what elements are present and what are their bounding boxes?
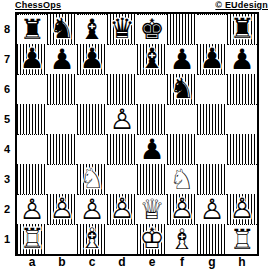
square-g1[interactable] [197, 224, 227, 254]
piece-white-pawn[interactable]: ♟♙ [17, 195, 47, 225]
piece-black-bishop[interactable]: ♝♝ [137, 44, 167, 74]
file-label-e: e [137, 256, 167, 270]
rank-label-2: 2 [0, 194, 14, 224]
square-h2[interactable]: ♟♙ [227, 194, 257, 224]
piece-glyph: ♔ [137, 224, 167, 254]
piece-halo: ♝ [77, 224, 107, 254]
piece-halo: ♟ [167, 45, 197, 75]
piece-white-bishop[interactable]: ♝♗ [167, 225, 197, 255]
square-g4[interactable] [197, 134, 227, 164]
piece-white-pawn[interactable]: ♟♙ [77, 195, 107, 225]
piece-halo: ♟ [167, 194, 197, 224]
piece-halo: ♞ [167, 165, 197, 195]
piece-black-pawn[interactable]: ♟♟ [197, 44, 227, 74]
piece-halo: ♟ [47, 194, 77, 224]
piece-halo: ♜ [17, 224, 47, 254]
piece-white-rook[interactable]: ♜♖ [227, 225, 257, 255]
piece-glyph: ♞ [167, 74, 197, 104]
square-g6[interactable] [197, 74, 227, 104]
piece-white-pawn[interactable]: ♟♙ [47, 194, 77, 224]
piece-glyph: ♘ [77, 164, 107, 194]
square-d1[interactable] [107, 224, 137, 254]
chess-diagram: ChessOps © EUdesign ♜♜♞♞♝♝♛♛♚♚♜♜♟♟♟♟♟♟♝♝… [0, 0, 270, 270]
piece-black-knight[interactable]: ♞♞ [167, 74, 197, 104]
square-g8[interactable] [197, 14, 227, 44]
piece-black-bishop[interactable]: ♝♝ [77, 15, 107, 45]
piece-white-pawn[interactable]: ♟♙ [107, 194, 137, 224]
piece-black-pawn[interactable]: ♟♟ [47, 45, 77, 75]
square-a3[interactable] [17, 164, 47, 194]
piece-glyph: ♙ [227, 194, 257, 224]
square-e5[interactable] [137, 104, 167, 134]
rank-label-4: 4 [0, 134, 14, 164]
piece-glyph: ♞ [47, 14, 77, 44]
file-label-g: g [197, 256, 227, 270]
piece-white-bishop[interactable]: ♝♗ [77, 224, 107, 254]
piece-glyph: ♗ [77, 224, 107, 254]
square-a6[interactable] [17, 74, 47, 104]
square-f6[interactable]: ♞♞ [167, 74, 197, 104]
piece-glyph: ♙ [17, 195, 47, 225]
piece-black-pawn[interactable]: ♟♟ [77, 44, 107, 74]
square-f1[interactable]: ♝♗ [167, 224, 197, 254]
rank-label-8: 8 [0, 14, 14, 44]
square-c6[interactable] [77, 74, 107, 104]
piece-glyph: ♕ [137, 195, 167, 225]
piece-glyph: ♜ [227, 14, 257, 44]
square-e1[interactable]: ♚♔ [137, 224, 167, 254]
piece-glyph: ♟ [197, 44, 227, 74]
square-b3[interactable] [47, 164, 77, 194]
piece-black-pawn[interactable]: ♟♟ [227, 45, 257, 75]
square-e4[interactable]: ♟♟ [137, 134, 167, 164]
piece-glyph: ♙ [107, 194, 137, 224]
piece-halo: ♜ [17, 15, 47, 45]
piece-halo: ♜ [227, 14, 257, 44]
rank-label-5: 5 [0, 104, 14, 134]
piece-halo: ♝ [77, 15, 107, 45]
piece-glyph: ♖ [227, 225, 257, 255]
square-h1[interactable]: ♜♖ [227, 224, 257, 254]
square-d2[interactable]: ♟♙ [107, 194, 137, 224]
file-label-f: f [167, 256, 197, 270]
square-h7[interactable]: ♟♟ [227, 44, 257, 74]
piece-white-knight[interactable]: ♞♘ [167, 165, 197, 195]
piece-halo: ♟ [47, 45, 77, 75]
square-c4[interactable] [77, 134, 107, 164]
piece-halo: ♚ [137, 15, 167, 45]
square-d3[interactable] [107, 164, 137, 194]
app-title: ChessOps [15, 0, 61, 11]
square-d5[interactable]: ♟♙ [107, 104, 137, 134]
piece-white-rook[interactable]: ♜♖ [17, 224, 47, 254]
piece-black-king[interactable]: ♚♚ [137, 15, 167, 45]
piece-halo: ♟ [17, 195, 47, 225]
square-b5[interactable] [47, 104, 77, 134]
file-label-c: c [77, 256, 107, 270]
piece-glyph: ♜ [17, 15, 47, 45]
piece-halo: ♞ [47, 14, 77, 44]
rank-label-7: 7 [0, 44, 14, 74]
square-c3[interactable]: ♞♘ [77, 164, 107, 194]
square-h8[interactable]: ♜♜ [227, 14, 257, 44]
square-f3[interactable]: ♞♘ [167, 164, 197, 194]
piece-halo: ♟ [227, 194, 257, 224]
piece-glyph: ♙ [107, 105, 137, 135]
file-label-d: d [107, 256, 137, 270]
header-bar: ChessOps © EUdesign [0, 0, 270, 12]
square-a7[interactable]: ♟♟ [17, 44, 47, 74]
square-d4[interactable] [107, 134, 137, 164]
square-f7[interactable]: ♟♟ [167, 44, 197, 74]
square-c7[interactable]: ♟♟ [77, 44, 107, 74]
piece-halo: ♟ [17, 44, 47, 74]
square-c1[interactable]: ♝♗ [77, 224, 107, 254]
square-d6[interactable] [107, 74, 137, 104]
piece-halo: ♟ [197, 195, 227, 225]
piece-halo: ♞ [167, 74, 197, 104]
square-e7[interactable]: ♝♝ [137, 44, 167, 74]
piece-glyph: ♘ [167, 165, 197, 195]
square-b4[interactable] [47, 134, 77, 164]
square-h3[interactable] [227, 164, 257, 194]
piece-halo: ♜ [227, 225, 257, 255]
square-a8[interactable]: ♜♜ [17, 14, 47, 44]
credit-text: © EUdesign [215, 0, 268, 11]
piece-glyph: ♟ [17, 44, 47, 74]
piece-halo: ♛ [107, 14, 137, 44]
rank-label-6: 6 [0, 74, 14, 104]
rank-label-3: 3 [0, 164, 14, 194]
square-c8[interactable]: ♝♝ [77, 14, 107, 44]
piece-black-pawn[interactable]: ♟♟ [17, 44, 47, 74]
square-e8[interactable]: ♚♚ [137, 14, 167, 44]
piece-glyph: ♟ [167, 45, 197, 75]
square-d8[interactable]: ♛♛ [107, 14, 137, 44]
piece-white-queen[interactable]: ♛♕ [137, 195, 167, 225]
piece-halo: ♝ [167, 225, 197, 255]
square-h4[interactable] [227, 134, 257, 164]
square-f4[interactable] [167, 134, 197, 164]
piece-glyph: ♙ [47, 194, 77, 224]
piece-glyph: ♙ [77, 195, 107, 225]
piece-white-knight[interactable]: ♞♘ [77, 164, 107, 194]
piece-black-rook[interactable]: ♜♜ [227, 14, 257, 44]
rank-label-1: 1 [0, 224, 14, 254]
piece-glyph: ♗ [167, 225, 197, 255]
square-f5[interactable] [167, 104, 197, 134]
piece-black-queen[interactable]: ♛♛ [107, 14, 137, 44]
square-a2[interactable]: ♟♙ [17, 194, 47, 224]
piece-glyph: ♟ [227, 45, 257, 75]
square-b2[interactable]: ♟♙ [47, 194, 77, 224]
piece-glyph: ♟ [77, 44, 107, 74]
piece-black-pawn[interactable]: ♟♟ [167, 45, 197, 75]
square-g7[interactable]: ♟♟ [197, 44, 227, 74]
piece-glyph: ♟ [137, 135, 167, 165]
piece-glyph: ♚ [137, 15, 167, 45]
piece-white-king[interactable]: ♚♔ [137, 224, 167, 254]
piece-halo: ♞ [77, 164, 107, 194]
piece-glyph: ♝ [77, 15, 107, 45]
piece-glyph: ♟ [47, 45, 77, 75]
file-label-a: a [17, 256, 47, 270]
square-b6[interactable] [47, 74, 77, 104]
piece-halo: ♟ [137, 135, 167, 165]
square-h6[interactable] [227, 74, 257, 104]
piece-white-pawn[interactable]: ♟♙ [227, 194, 257, 224]
square-b7[interactable]: ♟♟ [47, 44, 77, 74]
piece-black-knight[interactable]: ♞♞ [47, 14, 77, 44]
piece-glyph: ♝ [137, 44, 167, 74]
piece-glyph: ♙ [167, 194, 197, 224]
square-e6[interactable] [137, 74, 167, 104]
piece-halo: ♛ [137, 195, 167, 225]
chess-board: ♜♜♞♞♝♝♛♛♚♚♜♜♟♟♟♟♟♟♝♝♟♟♟♟♟♟♞♞♟♙♟♟♞♘♞♘♟♙♟♙… [17, 14, 257, 254]
square-e2[interactable]: ♛♕ [137, 194, 167, 224]
piece-halo: ♟ [197, 44, 227, 74]
piece-white-pawn[interactable]: ♟♙ [197, 195, 227, 225]
square-g2[interactable]: ♟♙ [197, 194, 227, 224]
square-b1[interactable] [47, 224, 77, 254]
piece-black-rook[interactable]: ♜♜ [17, 15, 47, 45]
square-e3[interactable] [137, 164, 167, 194]
square-d7[interactable] [107, 44, 137, 74]
piece-halo: ♟ [77, 195, 107, 225]
file-label-h: h [227, 256, 257, 270]
square-f8[interactable] [167, 14, 197, 44]
file-label-b: b [47, 256, 77, 270]
square-a4[interactable] [17, 134, 47, 164]
piece-halo: ♟ [227, 45, 257, 75]
piece-halo: ♟ [107, 105, 137, 135]
piece-white-pawn[interactable]: ♟♙ [167, 194, 197, 224]
piece-halo: ♟ [107, 194, 137, 224]
piece-halo: ♟ [77, 44, 107, 74]
piece-glyph: ♛ [107, 14, 137, 44]
piece-halo: ♝ [137, 44, 167, 74]
piece-glyph: ♖ [17, 224, 47, 254]
square-h5[interactable] [227, 104, 257, 134]
square-f2[interactable]: ♟♙ [167, 194, 197, 224]
square-g3[interactable] [197, 164, 227, 194]
piece-black-pawn[interactable]: ♟♟ [137, 135, 167, 165]
piece-white-pawn[interactable]: ♟♙ [107, 105, 137, 135]
piece-glyph: ♙ [197, 195, 227, 225]
piece-halo: ♚ [137, 224, 167, 254]
board-frame: ♜♜♞♞♝♝♛♛♚♚♜♜♟♟♟♟♟♟♝♝♟♟♟♟♟♟♞♞♟♙♟♟♞♘♞♘♟♙♟♙… [15, 12, 259, 256]
square-c5[interactable] [77, 104, 107, 134]
square-g5[interactable] [197, 104, 227, 134]
square-a1[interactable]: ♜♖ [17, 224, 47, 254]
square-c2[interactable]: ♟♙ [77, 194, 107, 224]
square-a5[interactable] [17, 104, 47, 134]
square-b8[interactable]: ♞♞ [47, 14, 77, 44]
